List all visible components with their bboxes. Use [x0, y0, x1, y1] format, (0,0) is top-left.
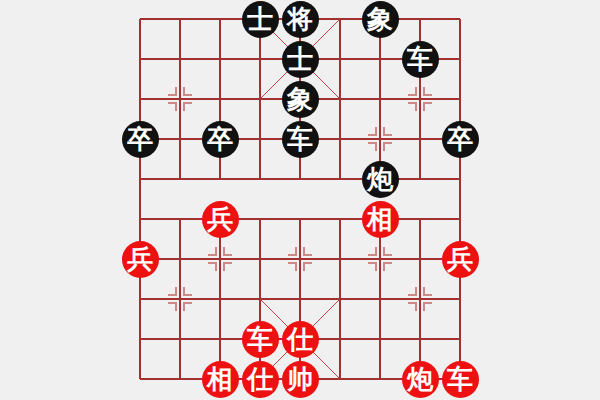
piece-black-general[interactable]: 将	[282, 1, 319, 38]
piece-black-soldier[interactable]: 卒	[202, 121, 239, 158]
piece-red-general[interactable]: 帅	[282, 361, 319, 398]
piece-red-elephant[interactable]: 相	[202, 361, 239, 398]
xiangqi-board: 士将象士车象卒卒车卒炮兵相兵兵车仕相仕帅炮车	[0, 0, 600, 400]
piece-black-chariot[interactable]: 车	[282, 121, 319, 158]
piece-black-chariot[interactable]: 车	[402, 41, 439, 78]
piece-red-soldier[interactable]: 兵	[202, 201, 239, 238]
piece-red-elephant[interactable]: 相	[362, 201, 399, 238]
piece-red-advisor[interactable]: 仕	[282, 321, 319, 358]
piece-black-cannon[interactable]: 炮	[362, 161, 399, 198]
piece-red-soldier[interactable]: 兵	[122, 241, 159, 278]
piece-red-chariot[interactable]: 车	[242, 321, 279, 358]
piece-black-advisor[interactable]: 士	[282, 41, 319, 78]
piece-black-advisor[interactable]: 士	[242, 1, 279, 38]
piece-red-advisor[interactable]: 仕	[242, 361, 279, 398]
piece-red-chariot[interactable]: 车	[442, 361, 479, 398]
piece-red-cannon[interactable]: 炮	[402, 361, 439, 398]
piece-black-elephant[interactable]: 象	[282, 81, 319, 118]
piece-black-soldier[interactable]: 卒	[442, 121, 479, 158]
piece-layer: 士将象士车象卒卒车卒炮兵相兵兵车仕相仕帅炮车	[120, 0, 480, 399]
piece-black-elephant[interactable]: 象	[362, 1, 399, 38]
piece-red-soldier[interactable]: 兵	[442, 241, 479, 278]
piece-black-soldier[interactable]: 卒	[122, 121, 159, 158]
